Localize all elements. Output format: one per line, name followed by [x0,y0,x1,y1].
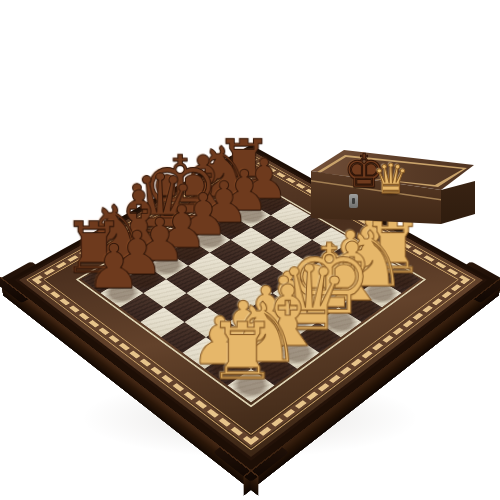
dark-pawn: ♟ [33,236,196,297]
storage-box: ♚♛ [303,142,485,234]
product-photo: ♜♟♟♜♞♟♟♞♝♟♟♝♚♟♟♚♛♟♟♛♝♟♟♝♞♟♟♞♜♟♟♜ ♚♛ [0,0,500,500]
scene: ♜♟♟♜♞♟♟♞♝♟♟♝♚♟♟♚♛♟♟♛♝♟♟♝♞♟♟♞♜♟♟♜ [0,0,500,500]
display-piece-light-queen: ♛ [373,159,410,200]
light-rook: ♜ [153,313,332,391]
